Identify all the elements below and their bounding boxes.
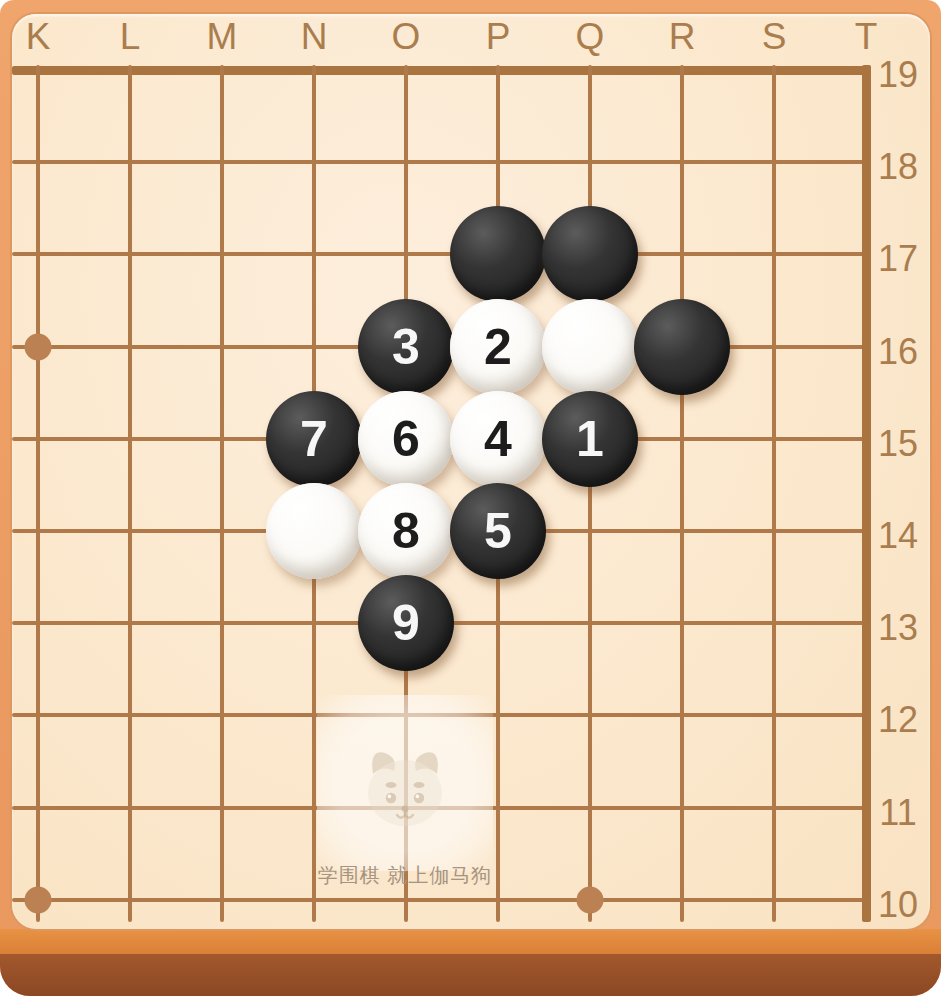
stone-Q15[interactable]: 1 — [542, 391, 638, 487]
board-base-edge-light — [0, 929, 941, 954]
stone-P16[interactable]: 2 — [450, 299, 546, 395]
stone-R16[interactable] — [634, 299, 730, 395]
go-board-surface[interactable]: KLMNOPQRST19181716151413121110 学围棋 就上伽马狗… — [12, 14, 930, 929]
move-number: 4 — [484, 414, 512, 464]
stone-N14[interactable] — [266, 483, 362, 579]
board-base-edge-dark — [0, 954, 941, 996]
stone-O15[interactable]: 6 — [358, 391, 454, 487]
stone-Q17[interactable] — [542, 206, 638, 302]
stone-P15[interactable]: 4 — [450, 391, 546, 487]
move-number: 2 — [484, 322, 512, 372]
stone-N15[interactable]: 7 — [266, 391, 362, 487]
board-wooden-frame: KLMNOPQRST19181716151413121110 学围棋 就上伽马狗… — [0, 0, 941, 996]
stone-P17[interactable] — [450, 206, 546, 302]
move-number: 9 — [392, 598, 420, 648]
stone-O13[interactable]: 9 — [358, 575, 454, 671]
stone-O14[interactable]: 8 — [358, 483, 454, 579]
stone-O16[interactable]: 3 — [358, 299, 454, 395]
dog-mascot-icon — [347, 730, 463, 846]
go-board-screenshot: KLMNOPQRST19181716151413121110 学围棋 就上伽马狗… — [0, 0, 941, 996]
move-number: 5 — [484, 506, 512, 556]
move-number: 7 — [300, 414, 328, 464]
watermark-text: 学围棋 就上伽马狗 — [255, 862, 555, 889]
move-number: 1 — [576, 414, 604, 464]
move-number: 3 — [392, 322, 420, 372]
stone-P14[interactable]: 5 — [450, 483, 546, 579]
move-number: 6 — [392, 414, 420, 464]
stone-Q16[interactable] — [542, 299, 638, 395]
move-number: 8 — [392, 506, 420, 556]
